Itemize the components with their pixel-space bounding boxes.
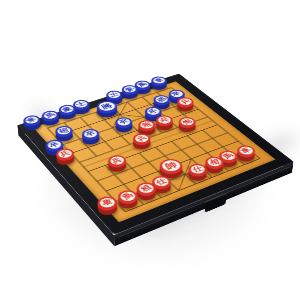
piece-character: 象 — [61, 106, 73, 112]
piece-character: 帥 — [163, 161, 178, 170]
piece-character: 象 — [123, 86, 135, 92]
piece-red-soldier[interactable]: 兵 — [105, 161, 129, 176]
piece-character: 士 — [75, 101, 86, 107]
piece-character: 士 — [108, 92, 118, 98]
piece-blue-soldier[interactable]: 卒 — [79, 135, 102, 148]
piece-character: 車 — [25, 117, 38, 124]
board-frame: 車馬象士士象馬車將砲砲卒卒卒卒卒兵兵炮兵兵炮兵帥車馬相仕仕相馬車 — [18, 74, 294, 235]
piece-red-soldier[interactable]: 兵 — [53, 154, 77, 168]
piece-character: 馬 — [43, 112, 55, 119]
piece-character: 車 — [239, 147, 252, 155]
piece-red-soldier[interactable]: 兵 — [130, 139, 154, 153]
piece-character: 車 — [153, 77, 164, 83]
piece-character: 兵 — [110, 157, 123, 165]
piece-character: 馬 — [221, 152, 234, 160]
piece-character: 兵 — [135, 135, 148, 142]
piece-character: 馬 — [136, 82, 148, 88]
piece-character: 兵 — [58, 150, 71, 158]
piece-character: 卒 — [48, 141, 61, 148]
piece-character: 相 — [139, 184, 153, 193]
piece-character: 仕 — [191, 166, 204, 174]
piece-character: 仕 — [154, 178, 168, 186]
piece-character: 車 — [101, 199, 113, 207]
piece-red-advisor[interactable]: 仕 — [184, 170, 209, 185]
piece-character: 馬 — [120, 192, 134, 201]
product-photo-scene: 車馬象士士象馬車將砲砲卒卒卒卒卒兵兵炮兵兵炮兵帥車馬相仕仕相馬車 — [0, 0, 300, 300]
xiangqi-folding-board: 車馬象士士象馬車將砲砲卒卒卒卒卒兵兵炮兵兵炮兵帥車馬相仕仕相馬車 — [18, 74, 294, 235]
piece-character: 相 — [208, 159, 220, 166]
